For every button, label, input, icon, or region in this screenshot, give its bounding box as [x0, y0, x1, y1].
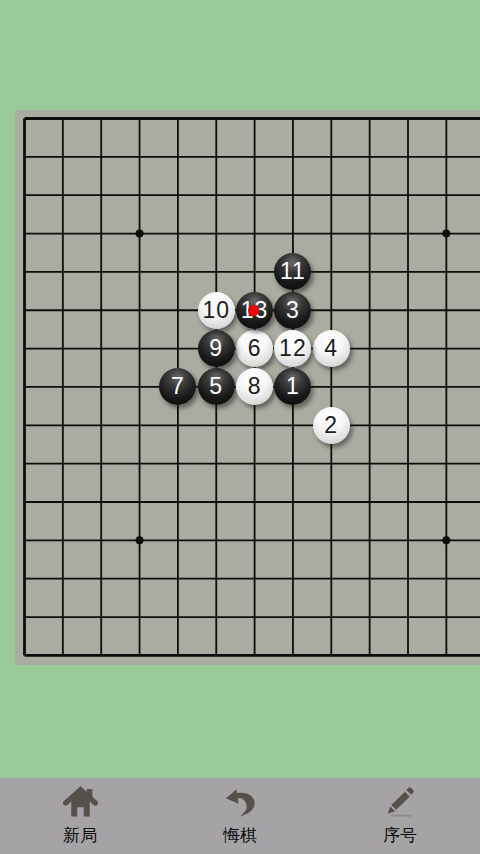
stone-7-black: 7: [159, 368, 196, 405]
stone-number: 1: [286, 375, 300, 398]
game-board[interactable]: 12345678910111213: [15, 110, 480, 665]
stone-number: 6: [248, 337, 262, 360]
stone-3-black: 3: [274, 292, 311, 329]
pencil-icon: [384, 785, 417, 819]
stone-5-black: 5: [198, 368, 235, 405]
stones-layer: 12345678910111213: [5, 99, 480, 674]
stone-10-white: 10: [198, 292, 235, 329]
new-game-button[interactable]: 新局: [0, 778, 160, 854]
stone-8-white: 8: [236, 368, 273, 405]
stone-2-white: 2: [313, 407, 350, 444]
stone-number: 2: [324, 414, 338, 437]
stone-number: 9: [209, 337, 223, 360]
undo-label: 悔棋: [223, 824, 257, 847]
stone-9-black: 9: [198, 330, 235, 367]
stone-number: 3: [286, 299, 300, 322]
stone-11-black: 11: [274, 253, 311, 290]
numbers-button[interactable]: 序号: [320, 778, 480, 854]
undo-icon: [224, 785, 257, 819]
stone-13-black: 13: [236, 292, 273, 329]
stone-12-white: 12: [274, 330, 311, 367]
new-game-label: 新局: [63, 824, 97, 847]
stone-number: 7: [171, 375, 185, 398]
stone-number: 4: [324, 337, 338, 360]
stone-number: 11: [280, 260, 306, 283]
stone-4-white: 4: [313, 330, 350, 367]
last-move-marker: [248, 305, 259, 316]
toolbar: 新局 悔棋 序号: [0, 778, 480, 854]
stone-number: 10: [202, 299, 230, 322]
stone-6-white: 6: [236, 330, 273, 367]
stone-number: 12: [279, 337, 307, 360]
stone-number: 8: [248, 375, 262, 398]
stone-number: 5: [209, 375, 223, 398]
numbers-label: 序号: [383, 824, 417, 847]
undo-button[interactable]: 悔棋: [160, 778, 320, 854]
home-icon: [62, 785, 99, 819]
stone-1-black: 1: [274, 368, 311, 405]
